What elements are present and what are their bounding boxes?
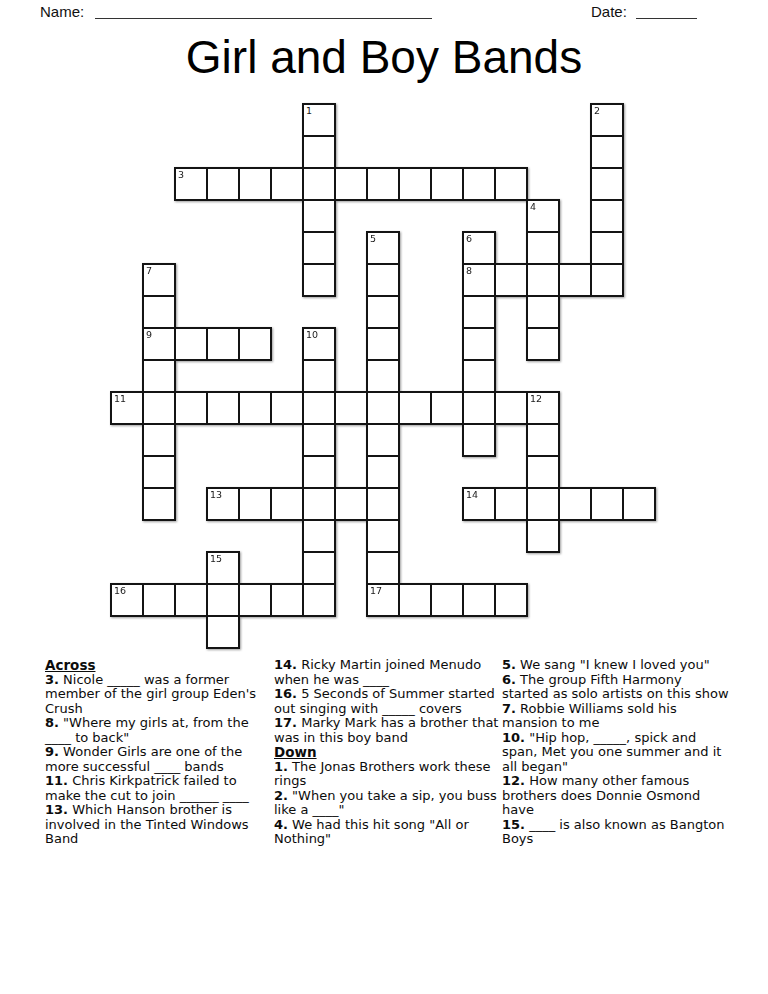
clue-item-11: 11. Chris Kirkpatrick failed to make the…: [45, 774, 272, 803]
clue-number: 14.: [274, 657, 297, 672]
crossword-cell[interactable]: [366, 295, 400, 329]
clues-column-3: 5. We sang "I knew I loved you"6. The gr…: [502, 658, 729, 847]
crossword-cell[interactable]: [174, 327, 208, 361]
crossword-cell[interactable]: [302, 263, 336, 297]
crossword-cell[interactable]: [526, 263, 560, 297]
crossword-cell[interactable]: [302, 103, 336, 137]
crossword-cell[interactable]: [302, 231, 336, 265]
clue-item-12: 12. How many other famous brothers does …: [502, 774, 729, 818]
crossword-cell[interactable]: [334, 167, 368, 201]
worksheet-page: Name: Date: Girl and Boy Bands 123456789…: [0, 0, 768, 994]
crossword-cell[interactable]: [206, 391, 240, 425]
crossword-cell[interactable]: [334, 487, 368, 521]
crossword-cell[interactable]: [430, 167, 464, 201]
crossword-cell[interactable]: [174, 391, 208, 425]
crossword-cell[interactable]: [590, 135, 624, 169]
crossword-cell[interactable]: [558, 263, 592, 297]
crossword-cell[interactable]: [462, 231, 496, 265]
crossword-cell[interactable]: [206, 167, 240, 201]
clue-number: 9.: [45, 744, 59, 759]
date-label: Date:: [591, 3, 627, 20]
crossword-cell[interactable]: [462, 327, 496, 361]
name-label: Name:: [40, 3, 84, 20]
crossword-cell[interactable]: [270, 167, 304, 201]
crossword-cell[interactable]: [302, 455, 336, 489]
down-header: Down: [274, 745, 501, 760]
clue-item-5: 5. We sang "I knew I loved you": [502, 658, 729, 673]
across-header: Across: [45, 658, 272, 673]
crossword-cell[interactable]: [398, 583, 432, 617]
crossword-cell[interactable]: [462, 359, 496, 393]
crossword-cell[interactable]: [494, 583, 528, 617]
clue-number: 2.: [274, 788, 288, 803]
clue-number: 6.: [502, 672, 516, 687]
crossword-cell[interactable]: [590, 487, 624, 521]
crossword-cell[interactable]: [334, 391, 368, 425]
clue-item-9: 9. Wonder Girls are one of the more succ…: [45, 745, 272, 774]
crossword-cell[interactable]: [302, 199, 336, 233]
crossword-cell[interactable]: [302, 423, 336, 457]
clue-number: 4.: [274, 817, 288, 832]
crossword-cell[interactable]: [238, 487, 272, 521]
clue-item-6: 6. The group Fifth Harmony started as so…: [502, 673, 729, 702]
crossword-cell[interactable]: [270, 487, 304, 521]
crossword-cell[interactable]: [302, 551, 336, 585]
clue-number: 13.: [45, 802, 68, 817]
crossword-cell[interactable]: [526, 231, 560, 265]
crossword-cell[interactable]: [142, 583, 176, 617]
crossword-cell[interactable]: [174, 583, 208, 617]
crossword-cell[interactable]: [302, 391, 336, 425]
crossword-cell[interactable]: [366, 231, 400, 265]
crossword-cell[interactable]: [366, 455, 400, 489]
clue-number: 3.: [45, 672, 59, 687]
crossword-cell[interactable]: [270, 391, 304, 425]
crossword-cell[interactable]: [302, 487, 336, 521]
crossword-cell[interactable]: [142, 263, 176, 297]
clue-number: 10.: [502, 730, 525, 745]
crossword-cell[interactable]: [366, 487, 400, 521]
crossword-cell[interactable]: [430, 583, 464, 617]
clues-column-1: Across3. Nicole _____ was a former membe…: [45, 658, 272, 847]
crossword-cell[interactable]: [174, 167, 208, 201]
crossword-cell[interactable]: [398, 167, 432, 201]
crossword-cell[interactable]: [462, 583, 496, 617]
crossword-cell[interactable]: [462, 295, 496, 329]
date-input-line[interactable]: [636, 4, 697, 19]
crossword-cell[interactable]: [142, 391, 176, 425]
crossword-cell[interactable]: [366, 551, 400, 585]
crossword-cell[interactable]: [526, 327, 560, 361]
crossword-cell[interactable]: [302, 135, 336, 169]
clue-number: 16.: [274, 686, 297, 701]
clue-item-8: 8. "Where my girls at, from the ____ to …: [45, 716, 272, 745]
crossword-cell[interactable]: [142, 423, 176, 457]
clue-item-16: 16. 5 Seconds of Summer started out sing…: [274, 687, 501, 716]
name-input-line[interactable]: [95, 4, 432, 19]
clue-item-2: 2. "When you take a sip, you buss like a…: [274, 789, 501, 818]
clue-number: 12.: [502, 773, 525, 788]
crossword-cell[interactable]: [366, 519, 400, 553]
crossword-grid: 1234567891011121314151617: [110, 103, 656, 649]
crossword-cell[interactable]: [462, 423, 496, 457]
crossword-cell[interactable]: [590, 263, 624, 297]
crossword-cell[interactable]: [526, 391, 560, 425]
crossword-cell[interactable]: [590, 167, 624, 201]
crossword-cell[interactable]: [526, 519, 560, 553]
crossword-cell[interactable]: [142, 487, 176, 521]
crossword-cell[interactable]: [526, 199, 560, 233]
crossword-cell[interactable]: [462, 263, 496, 297]
crossword-cell[interactable]: [302, 359, 336, 393]
crossword-cell[interactable]: [238, 167, 272, 201]
crossword-cell[interactable]: [622, 487, 656, 521]
clue-item-1: 1. The Jonas Brothers work these rings: [274, 760, 501, 789]
crossword-cell[interactable]: [494, 263, 528, 297]
crossword-cell[interactable]: [110, 391, 144, 425]
crossword-cell[interactable]: [462, 391, 496, 425]
clue-item-10: 10. "Hip hop, _____, spick and span, Met…: [502, 731, 729, 775]
clue-number: 7.: [502, 701, 516, 716]
crossword-cell[interactable]: [206, 583, 240, 617]
crossword-cell[interactable]: [366, 423, 400, 457]
crossword-cell[interactable]: [526, 423, 560, 457]
crossword-cell[interactable]: [558, 487, 592, 521]
crossword-cell[interactable]: [590, 199, 624, 233]
crossword-cell[interactable]: [430, 391, 464, 425]
clue-item-13: 13. Which Hanson brother is involved in …: [45, 803, 272, 847]
crossword-cell[interactable]: [206, 487, 240, 521]
crossword-cell[interactable]: [238, 583, 272, 617]
clue-item-15: 15. ____ is also known as Bangton Boys: [502, 818, 729, 847]
crossword-cell[interactable]: [142, 359, 176, 393]
crossword-cell[interactable]: [366, 263, 400, 297]
clue-number: 8.: [45, 715, 59, 730]
crossword-cell[interactable]: [366, 167, 400, 201]
crossword-cell[interactable]: [462, 167, 496, 201]
clue-number: 17.: [274, 715, 297, 730]
crossword-cell[interactable]: [142, 455, 176, 489]
crossword-cell[interactable]: [526, 487, 560, 521]
crossword-cell[interactable]: [462, 487, 496, 521]
crossword-cell[interactable]: [590, 103, 624, 137]
crossword-cell[interactable]: [398, 391, 432, 425]
crossword-cell[interactable]: [526, 455, 560, 489]
crossword-cell[interactable]: [238, 327, 272, 361]
crossword-cell[interactable]: [142, 295, 176, 329]
crossword-cell[interactable]: [238, 391, 272, 425]
crossword-cell[interactable]: [302, 167, 336, 201]
crossword-cell[interactable]: [366, 391, 400, 425]
crossword-cell[interactable]: [206, 615, 240, 649]
clue-item-17: 17. Marky Mark has a brother that was in…: [274, 716, 501, 745]
crossword-cell[interactable]: [302, 583, 336, 617]
crossword-cell[interactable]: [366, 327, 400, 361]
crossword-cell[interactable]: [494, 487, 528, 521]
clue-number: 5.: [502, 657, 516, 672]
clue-item-14: 14. Ricky Martin joined Menudo when he w…: [274, 658, 501, 687]
crossword-cell[interactable]: [206, 551, 240, 585]
clue-number: 15.: [502, 817, 525, 832]
clues-column-2: 14. Ricky Martin joined Menudo when he w…: [274, 658, 501, 847]
clue-item-3: 3. Nicole _____ was a former member of t…: [45, 673, 272, 717]
crossword-cell[interactable]: [494, 167, 528, 201]
clue-item-4: 4. We had this hit song "All or Nothing": [274, 818, 501, 847]
crossword-cell[interactable]: [494, 391, 528, 425]
crossword-cell[interactable]: [302, 327, 336, 361]
crossword-cell[interactable]: [590, 231, 624, 265]
crossword-cell[interactable]: [142, 327, 176, 361]
clue-item-7: 7. Robbie Williams sold his mansion to m…: [502, 702, 729, 731]
crossword-cell[interactable]: [366, 583, 400, 617]
crossword-cell[interactable]: [302, 519, 336, 553]
clue-number: 11.: [45, 773, 68, 788]
page-title: Girl and Boy Bands: [0, 30, 768, 84]
crossword-cell[interactable]: [526, 295, 560, 329]
crossword-cell[interactable]: [110, 583, 144, 617]
crossword-cell[interactable]: [206, 327, 240, 361]
crossword-cell[interactable]: [366, 359, 400, 393]
crossword-cell[interactable]: [270, 583, 304, 617]
clue-number: 1.: [274, 759, 288, 774]
